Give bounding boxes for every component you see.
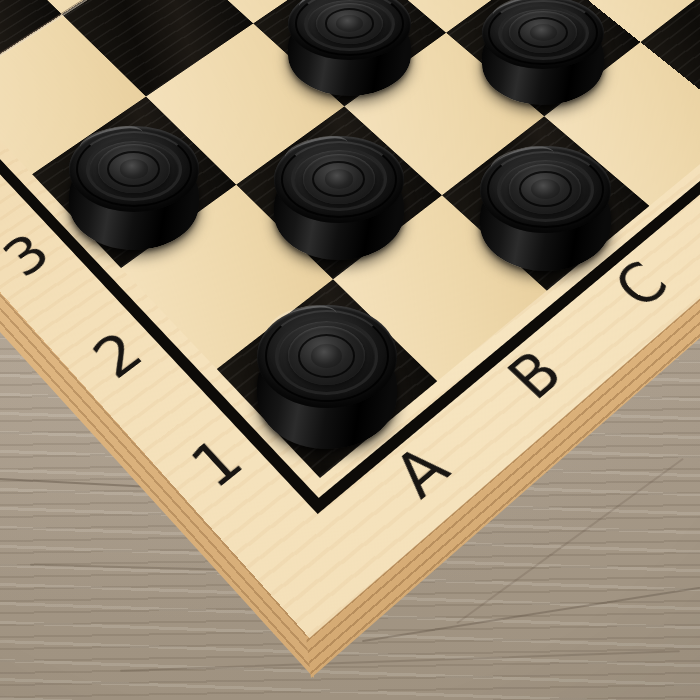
checker-dome (336, 15, 363, 32)
checker-piece-A1[interactable] (257, 305, 397, 449)
checker-piece-B2[interactable] (274, 136, 404, 260)
checker-top (257, 305, 397, 408)
checker-top (69, 126, 199, 211)
checker-piece-A3[interactable] (69, 126, 199, 249)
checker-piece-D2[interactable] (482, 0, 605, 105)
checker-dome (530, 24, 557, 41)
checker-dome (311, 344, 342, 368)
checker-dome (531, 179, 560, 199)
checker-top (480, 146, 611, 233)
checker-top (274, 136, 404, 222)
checker-piece-C1[interactable] (480, 146, 611, 271)
checker-dome (325, 169, 354, 189)
photo-stage: 12345678ABCDEFGH (0, 0, 700, 700)
checker-dome (120, 159, 149, 179)
checker-piece-C3[interactable] (288, 0, 410, 96)
